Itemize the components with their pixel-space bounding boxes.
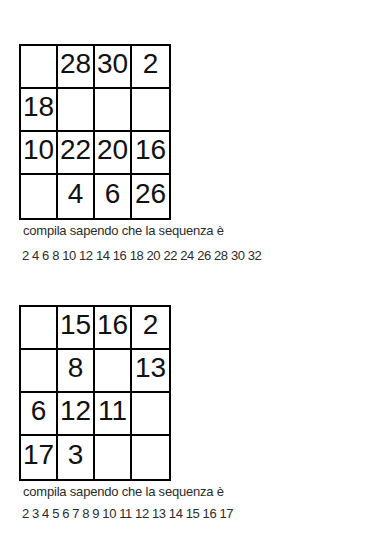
puzzle-grid-2: 15 16 2 8 13 6 12 11 17 3 (19, 305, 171, 481)
instruction-text-1: compila sapendo che la sequenza è (23, 223, 224, 238)
cell-value: 18 (23, 93, 54, 121)
grid-cell: 6 (21, 393, 58, 436)
cell-value: 16 (97, 311, 128, 339)
grid-cell: 3 (58, 436, 95, 479)
cell-value: 20 (97, 136, 128, 164)
grid-cell: 16 (132, 132, 169, 175)
grid-cell[interactable] (21, 307, 58, 350)
grid-cell: 22 (58, 132, 95, 175)
grid-cell: 15 (58, 307, 95, 350)
grid-cell[interactable] (95, 89, 132, 132)
cell-value: 6 (31, 397, 47, 425)
grid-cell: 30 (95, 46, 132, 89)
cell-value: 2 (143, 50, 159, 78)
grid-cell: 2 (132, 307, 169, 350)
grid-cell: 20 (95, 132, 132, 175)
cell-value: 6 (105, 180, 121, 208)
grid-cell[interactable] (95, 350, 132, 393)
grid-cell[interactable] (132, 393, 169, 436)
sequence-text-2: 2 3 4 5 6 7 8 9 10 11 12 13 14 15 16 17 (22, 506, 233, 521)
grid-cell[interactable] (21, 175, 58, 218)
grid-cell: 4 (58, 175, 95, 218)
puzzle-grid-1: 28 30 2 18 10 22 20 16 4 6 26 (19, 44, 171, 220)
cell-value: 28 (60, 50, 91, 78)
cell-value: 2 (143, 311, 159, 339)
cell-value: 12 (60, 397, 91, 425)
grid-cell[interactable] (58, 89, 95, 132)
cell-value: 8 (68, 354, 84, 382)
grid-cell[interactable] (21, 350, 58, 393)
grid-cell[interactable] (21, 46, 58, 89)
grid-cell: 13 (132, 350, 169, 393)
grid-cell[interactable] (132, 89, 169, 132)
grid-cell: 28 (58, 46, 95, 89)
grid-cell[interactable] (132, 436, 169, 479)
sequence-text-1: 2 4 6 8 10 12 14 16 18 20 22 24 26 28 30… (22, 248, 261, 263)
cell-value: 11 (98, 397, 127, 425)
cell-value: 3 (68, 441, 84, 469)
grid-cell: 10 (21, 132, 58, 175)
cell-value: 10 (23, 136, 54, 164)
cell-value: 4 (68, 180, 84, 208)
cell-value: 17 (23, 441, 54, 469)
grid-cell: 16 (95, 307, 132, 350)
cell-value: 15 (60, 311, 91, 339)
cell-value: 22 (60, 136, 91, 164)
cell-value: 26 (135, 180, 166, 208)
grid-cell: 6 (95, 175, 132, 218)
cell-value: 16 (135, 136, 166, 164)
grid-cell: 12 (58, 393, 95, 436)
grid-cell: 2 (132, 46, 169, 89)
cell-value: 30 (97, 50, 128, 78)
instruction-text-2: compila sapendo che la sequenza è (23, 484, 224, 499)
grid-cell: 18 (21, 89, 58, 132)
grid-cell: 26 (132, 175, 169, 218)
grid-cell: 8 (58, 350, 95, 393)
cell-value: 13 (135, 354, 166, 382)
grid-cell: 17 (21, 436, 58, 479)
grid-cell: 11 (95, 393, 132, 436)
grid-cell[interactable] (95, 436, 132, 479)
